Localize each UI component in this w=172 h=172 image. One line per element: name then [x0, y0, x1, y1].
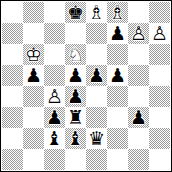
square-e7[interactable] — [86, 23, 107, 44]
square-g5[interactable] — [128, 65, 149, 86]
black-pawn-piece[interactable]: ♟ — [65, 65, 86, 86]
square-e2[interactable]: ♛ — [86, 128, 107, 149]
white-bishop-glyph: ♗ — [107, 2, 128, 23]
black-pawn-piece[interactable]: ♟ — [107, 65, 128, 86]
black-king-piece[interactable]: ♚ — [65, 2, 86, 23]
square-b8[interactable] — [23, 2, 44, 23]
square-b6[interactable]: ♚♔ — [23, 44, 44, 65]
square-c8[interactable] — [44, 2, 65, 23]
black-bishop-glyph: ♝ — [65, 128, 86, 149]
black-pawn-glyph: ♟ — [107, 23, 128, 44]
square-g2[interactable] — [128, 128, 149, 149]
black-rook-glyph: ♜ — [65, 107, 86, 128]
square-c1[interactable] — [44, 149, 65, 170]
square-b5[interactable]: ♟ — [23, 65, 44, 86]
square-f6[interactable] — [107, 44, 128, 65]
square-d4[interactable]: ♟ — [65, 86, 86, 107]
square-h5[interactable] — [149, 65, 170, 86]
square-a3[interactable] — [2, 107, 23, 128]
square-e6[interactable] — [86, 44, 107, 65]
white-pawn-piece[interactable]: ♟♙ — [44, 86, 65, 107]
black-pawn-piece[interactable]: ♟ — [86, 65, 107, 86]
square-c5[interactable] — [44, 65, 65, 86]
square-d1[interactable] — [65, 149, 86, 170]
square-a5[interactable] — [2, 65, 23, 86]
square-b3[interactable] — [23, 107, 44, 128]
black-king-glyph: ♚ — [65, 2, 86, 23]
black-queen-piece[interactable]: ♛ — [86, 128, 107, 149]
square-g8[interactable] — [128, 2, 149, 23]
black-pawn-piece[interactable]: ♟ — [44, 107, 65, 128]
square-h4[interactable] — [149, 86, 170, 107]
chess-board: ♚♝♗♝♗♟♟♙♟♙♚♔♞♘♟♟♟♟♟♙♟♟♜♟♝♝♛ — [2, 2, 170, 170]
square-h6[interactable] — [149, 44, 170, 65]
square-b1[interactable] — [23, 149, 44, 170]
white-pawn-glyph: ♙ — [128, 23, 149, 44]
square-e3[interactable] — [86, 107, 107, 128]
square-g7[interactable]: ♟♙ — [128, 23, 149, 44]
black-pawn-glyph: ♟ — [107, 65, 128, 86]
square-d3[interactable]: ♜ — [65, 107, 86, 128]
black-pawn-piece[interactable]: ♟ — [65, 86, 86, 107]
square-b2[interactable] — [23, 128, 44, 149]
white-king-piece[interactable]: ♚♔ — [23, 44, 44, 65]
black-bishop-glyph: ♝ — [44, 128, 65, 149]
white-bishop-piece[interactable]: ♝♗ — [107, 2, 128, 23]
square-a8[interactable] — [2, 2, 23, 23]
black-pawn-piece[interactable]: ♟ — [128, 107, 149, 128]
square-f8[interactable]: ♝♗ — [107, 2, 128, 23]
square-a6[interactable] — [2, 44, 23, 65]
square-a7[interactable] — [2, 23, 23, 44]
square-d7[interactable] — [65, 23, 86, 44]
square-h7[interactable]: ♟♙ — [149, 23, 170, 44]
square-a4[interactable] — [2, 86, 23, 107]
white-pawn-glyph: ♙ — [44, 86, 65, 107]
square-f1[interactable] — [107, 149, 128, 170]
square-g1[interactable] — [128, 149, 149, 170]
square-h1[interactable] — [149, 149, 170, 170]
black-pawn-glyph: ♟ — [44, 107, 65, 128]
black-pawn-glyph: ♟ — [65, 65, 86, 86]
square-c6[interactable] — [44, 44, 65, 65]
white-knight-glyph: ♘ — [65, 44, 86, 65]
square-f3[interactable] — [107, 107, 128, 128]
square-f5[interactable]: ♟ — [107, 65, 128, 86]
white-king-glyph: ♔ — [23, 44, 44, 65]
square-d8[interactable]: ♚ — [65, 2, 86, 23]
square-f7[interactable]: ♟ — [107, 23, 128, 44]
black-bishop-piece[interactable]: ♝ — [65, 128, 86, 149]
square-h3[interactable] — [149, 107, 170, 128]
square-e1[interactable] — [86, 149, 107, 170]
white-bishop-glyph: ♗ — [86, 2, 107, 23]
white-pawn-piece[interactable]: ♟♙ — [128, 23, 149, 44]
black-bishop-piece[interactable]: ♝ — [44, 128, 65, 149]
square-c7[interactable] — [44, 23, 65, 44]
square-e8[interactable]: ♝♗ — [86, 2, 107, 23]
square-c3[interactable]: ♟ — [44, 107, 65, 128]
black-pawn-piece[interactable]: ♟ — [23, 65, 44, 86]
white-knight-piece[interactable]: ♞♘ — [65, 44, 86, 65]
square-g3[interactable]: ♟ — [128, 107, 149, 128]
square-g4[interactable] — [128, 86, 149, 107]
square-a2[interactable] — [2, 128, 23, 149]
black-pawn-glyph: ♟ — [23, 65, 44, 86]
black-rook-piece[interactable]: ♜ — [65, 107, 86, 128]
square-e5[interactable]: ♟ — [86, 65, 107, 86]
black-pawn-piece[interactable]: ♟ — [107, 23, 128, 44]
square-e4[interactable] — [86, 86, 107, 107]
square-a1[interactable] — [2, 149, 23, 170]
square-c2[interactable]: ♝ — [44, 128, 65, 149]
square-c4[interactable]: ♟♙ — [44, 86, 65, 107]
black-queen-glyph: ♛ — [86, 128, 107, 149]
square-g6[interactable] — [128, 44, 149, 65]
square-d2[interactable]: ♝ — [65, 128, 86, 149]
square-f2[interactable] — [107, 128, 128, 149]
square-h8[interactable] — [149, 2, 170, 23]
white-bishop-piece[interactable]: ♝♗ — [86, 2, 107, 23]
chess-board-frame: ♚♝♗♝♗♟♟♙♟♙♚♔♞♘♟♟♟♟♟♙♟♟♜♟♝♝♛ — [0, 0, 172, 172]
square-d6[interactable]: ♞♘ — [65, 44, 86, 65]
black-pawn-glyph: ♟ — [65, 86, 86, 107]
white-pawn-piece[interactable]: ♟♙ — [149, 23, 170, 44]
white-pawn-glyph: ♙ — [149, 23, 170, 44]
black-pawn-glyph: ♟ — [86, 65, 107, 86]
square-b7[interactable] — [23, 23, 44, 44]
black-pawn-glyph: ♟ — [128, 107, 149, 128]
square-f4[interactable] — [107, 86, 128, 107]
square-b4[interactable] — [23, 86, 44, 107]
square-h2[interactable] — [149, 128, 170, 149]
square-d5[interactable]: ♟ — [65, 65, 86, 86]
